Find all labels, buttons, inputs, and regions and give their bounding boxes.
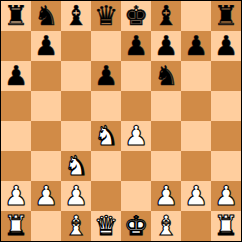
piece-black-pawn-f7[interactable]: ♟ xyxy=(154,31,178,61)
piece-black-bishop-c8[interactable]: ♝ xyxy=(64,1,88,31)
square-d6[interactable]: ♟ xyxy=(91,61,121,91)
piece-white-queen-d1[interactable]: ♛ xyxy=(94,211,118,241)
square-h2[interactable]: ♟ xyxy=(211,181,241,211)
square-e7[interactable]: ♟ xyxy=(121,31,151,61)
square-d4[interactable]: ♞ xyxy=(91,121,121,151)
square-c6[interactable] xyxy=(61,61,91,91)
square-h4[interactable] xyxy=(211,121,241,151)
square-f4[interactable] xyxy=(151,121,181,151)
square-b8[interactable]: ♞ xyxy=(31,1,61,31)
piece-black-knight-f6[interactable]: ♞ xyxy=(154,61,178,91)
piece-white-bishop-f1[interactable]: ♝ xyxy=(154,211,178,241)
square-e1[interactable]: ♚ xyxy=(121,211,151,241)
square-a6[interactable]: ♟ xyxy=(1,61,31,91)
square-e2[interactable] xyxy=(121,181,151,211)
square-a5[interactable] xyxy=(1,91,31,121)
square-a2[interactable]: ♟ xyxy=(1,181,31,211)
square-f5[interactable] xyxy=(151,91,181,121)
square-f8[interactable]: ♝ xyxy=(151,1,181,31)
piece-white-pawn-b2[interactable]: ♟ xyxy=(34,181,58,211)
piece-white-pawn-g2[interactable]: ♟ xyxy=(184,181,208,211)
square-g8[interactable] xyxy=(181,1,211,31)
square-g5[interactable] xyxy=(181,91,211,121)
square-a3[interactable] xyxy=(1,151,31,181)
square-d2[interactable] xyxy=(91,181,121,211)
piece-white-pawn-c2[interactable]: ♟ xyxy=(64,181,88,211)
square-f6[interactable]: ♞ xyxy=(151,61,181,91)
piece-white-rook-a1[interactable]: ♜ xyxy=(4,211,28,241)
piece-white-knight-d4[interactable]: ♞ xyxy=(94,121,118,151)
square-f3[interactable] xyxy=(151,151,181,181)
square-b1[interactable] xyxy=(31,211,61,241)
piece-white-pawn-h2[interactable]: ♟ xyxy=(214,181,238,211)
square-a1[interactable]: ♜ xyxy=(1,211,31,241)
square-h3[interactable] xyxy=(211,151,241,181)
square-b2[interactable]: ♟ xyxy=(31,181,61,211)
chess-board: ♜♞♝♛♚♝♜♟♟♟♟♟♟♟♞♞♟♞♟♟♟♟♟♟♜♝♛♚♝♜ xyxy=(1,1,241,241)
square-d7[interactable] xyxy=(91,31,121,61)
piece-white-king-e1[interactable]: ♚ xyxy=(124,211,148,241)
square-b5[interactable] xyxy=(31,91,61,121)
square-e8[interactable]: ♚ xyxy=(121,1,151,31)
piece-white-pawn-f2[interactable]: ♟ xyxy=(154,181,178,211)
square-c3[interactable]: ♞ xyxy=(61,151,91,181)
square-h7[interactable]: ♟ xyxy=(211,31,241,61)
piece-black-rook-a8[interactable]: ♜ xyxy=(4,1,28,31)
square-e6[interactable] xyxy=(121,61,151,91)
square-b3[interactable] xyxy=(31,151,61,181)
piece-black-king-e8[interactable]: ♚ xyxy=(124,1,148,31)
piece-white-rook-h1[interactable]: ♜ xyxy=(214,211,238,241)
piece-black-pawn-g7[interactable]: ♟ xyxy=(184,31,208,61)
square-e4[interactable]: ♟ xyxy=(121,121,151,151)
square-c8[interactable]: ♝ xyxy=(61,1,91,31)
piece-white-knight-c3[interactable]: ♞ xyxy=(64,151,88,181)
square-e5[interactable] xyxy=(121,91,151,121)
piece-white-pawn-a2[interactable]: ♟ xyxy=(4,181,28,211)
square-c5[interactable] xyxy=(61,91,91,121)
square-a7[interactable] xyxy=(1,31,31,61)
square-d1[interactable]: ♛ xyxy=(91,211,121,241)
square-a8[interactable]: ♜ xyxy=(1,1,31,31)
square-h8[interactable]: ♜ xyxy=(211,1,241,31)
square-c4[interactable] xyxy=(61,121,91,151)
square-c1[interactable]: ♝ xyxy=(61,211,91,241)
square-g4[interactable] xyxy=(181,121,211,151)
chess-board-frame: ♜♞♝♛♚♝♜♟♟♟♟♟♟♟♞♞♟♞♟♟♟♟♟♟♜♝♛♚♝♜ xyxy=(0,0,242,242)
piece-white-bishop-c1[interactable]: ♝ xyxy=(64,211,88,241)
square-f1[interactable]: ♝ xyxy=(151,211,181,241)
square-f2[interactable]: ♟ xyxy=(151,181,181,211)
square-g7[interactable]: ♟ xyxy=(181,31,211,61)
piece-black-pawn-e7[interactable]: ♟ xyxy=(124,31,148,61)
square-h1[interactable]: ♜ xyxy=(211,211,241,241)
square-c7[interactable] xyxy=(61,31,91,61)
square-a4[interactable] xyxy=(1,121,31,151)
piece-black-queen-d8[interactable]: ♛ xyxy=(94,1,118,31)
piece-black-pawn-h7[interactable]: ♟ xyxy=(214,31,238,61)
piece-black-pawn-b7[interactable]: ♟ xyxy=(34,31,58,61)
piece-black-bishop-f8[interactable]: ♝ xyxy=(154,1,178,31)
square-g3[interactable] xyxy=(181,151,211,181)
piece-black-knight-b8[interactable]: ♞ xyxy=(34,1,58,31)
square-b6[interactable] xyxy=(31,61,61,91)
square-b4[interactable] xyxy=(31,121,61,151)
square-d5[interactable] xyxy=(91,91,121,121)
piece-black-rook-h8[interactable]: ♜ xyxy=(214,1,238,31)
square-e3[interactable] xyxy=(121,151,151,181)
square-h5[interactable] xyxy=(211,91,241,121)
square-c2[interactable]: ♟ xyxy=(61,181,91,211)
square-h6[interactable] xyxy=(211,61,241,91)
square-b7[interactable]: ♟ xyxy=(31,31,61,61)
square-g6[interactable] xyxy=(181,61,211,91)
piece-white-pawn-e4[interactable]: ♟ xyxy=(124,121,148,151)
piece-black-pawn-d6[interactable]: ♟ xyxy=(94,61,118,91)
square-d3[interactable] xyxy=(91,151,121,181)
square-d8[interactable]: ♛ xyxy=(91,1,121,31)
square-g2[interactable]: ♟ xyxy=(181,181,211,211)
piece-black-pawn-a6[interactable]: ♟ xyxy=(4,61,28,91)
square-f7[interactable]: ♟ xyxy=(151,31,181,61)
square-g1[interactable] xyxy=(181,211,211,241)
